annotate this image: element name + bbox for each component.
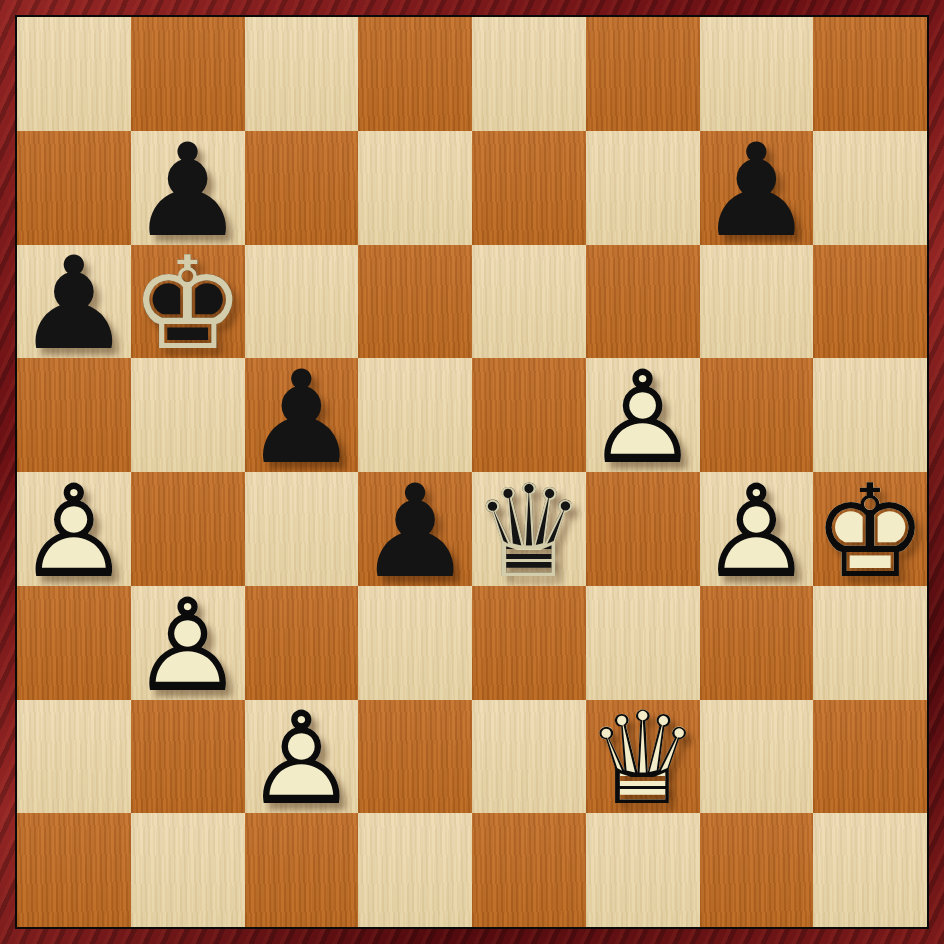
black-pawn[interactable]: ♟ bbox=[245, 358, 359, 472]
square-a8[interactable] bbox=[17, 17, 131, 131]
piece-glyph-outline: ♕ bbox=[472, 475, 586, 586]
square-e4[interactable]: ♛♕ bbox=[472, 472, 586, 586]
square-e2[interactable] bbox=[472, 700, 586, 814]
square-f5[interactable]: ♟♙ bbox=[586, 358, 700, 472]
square-f2[interactable]: ♛♕ bbox=[586, 700, 700, 814]
square-f4[interactable] bbox=[586, 472, 700, 586]
square-e5[interactable] bbox=[472, 358, 586, 472]
piece-glyph-outline: ♔ bbox=[131, 248, 245, 359]
black-pawn[interactable]: ♟ bbox=[358, 472, 472, 586]
square-e1[interactable] bbox=[472, 813, 586, 927]
piece-glyph-fill: ♟ bbox=[17, 248, 131, 359]
square-f8[interactable] bbox=[586, 17, 700, 131]
square-h2[interactable] bbox=[813, 700, 927, 814]
piece-glyph-outline: ♔ bbox=[813, 475, 927, 586]
white-king[interactable]: ♚♔ bbox=[813, 472, 927, 586]
square-b6[interactable]: ♚♔ bbox=[131, 245, 245, 359]
square-c8[interactable] bbox=[245, 17, 359, 131]
square-a7[interactable] bbox=[17, 131, 131, 245]
square-d2[interactable] bbox=[358, 700, 472, 814]
piece-glyph-outline: ♙ bbox=[586, 361, 700, 472]
square-b4[interactable] bbox=[131, 472, 245, 586]
black-pawn[interactable]: ♟ bbox=[131, 131, 245, 245]
square-a6[interactable]: ♟ bbox=[17, 245, 131, 359]
square-a4[interactable]: ♟♙ bbox=[17, 472, 131, 586]
square-d6[interactable] bbox=[358, 245, 472, 359]
piece-glyph-outline: ♙ bbox=[700, 475, 814, 586]
square-h4[interactable]: ♚♔ bbox=[813, 472, 927, 586]
white-pawn[interactable]: ♟♙ bbox=[131, 586, 245, 700]
square-g3[interactable] bbox=[700, 586, 814, 700]
square-a2[interactable] bbox=[17, 700, 131, 814]
square-f7[interactable] bbox=[586, 131, 700, 245]
square-f3[interactable] bbox=[586, 586, 700, 700]
white-queen[interactable]: ♛♕ bbox=[586, 700, 700, 814]
piece-glyph-fill: ♟ bbox=[358, 475, 472, 586]
square-b7[interactable]: ♟ bbox=[131, 131, 245, 245]
square-h6[interactable] bbox=[813, 245, 927, 359]
piece-glyph-outline: ♕ bbox=[586, 703, 700, 814]
square-f6[interactable] bbox=[586, 245, 700, 359]
square-c6[interactable] bbox=[245, 245, 359, 359]
square-h5[interactable] bbox=[813, 358, 927, 472]
piece-glyph-outline: ♙ bbox=[17, 475, 131, 586]
square-b3[interactable]: ♟♙ bbox=[131, 586, 245, 700]
square-d3[interactable] bbox=[358, 586, 472, 700]
square-d1[interactable] bbox=[358, 813, 472, 927]
square-g5[interactable] bbox=[700, 358, 814, 472]
square-e6[interactable] bbox=[472, 245, 586, 359]
square-c2[interactable]: ♟♙ bbox=[245, 700, 359, 814]
white-pawn[interactable]: ♟♙ bbox=[245, 700, 359, 814]
piece-glyph-outline: ♙ bbox=[245, 703, 359, 814]
square-d4[interactable]: ♟ bbox=[358, 472, 472, 586]
square-a1[interactable] bbox=[17, 813, 131, 927]
piece-glyph-fill: ♟ bbox=[245, 361, 359, 472]
square-c1[interactable] bbox=[245, 813, 359, 927]
chess-board: ♟♟♟♚♔♟♟♙♟♙♟♛♕♟♙♚♔♟♙♟♙♛♕ bbox=[15, 15, 929, 929]
square-a3[interactable] bbox=[17, 586, 131, 700]
piece-glyph-fill: ♟ bbox=[700, 134, 814, 245]
black-queen[interactable]: ♛♕ bbox=[472, 472, 586, 586]
square-e3[interactable] bbox=[472, 586, 586, 700]
square-h1[interactable] bbox=[813, 813, 927, 927]
white-pawn[interactable]: ♟♙ bbox=[700, 472, 814, 586]
black-pawn[interactable]: ♟ bbox=[700, 131, 814, 245]
black-king[interactable]: ♚♔ bbox=[131, 245, 245, 359]
square-c4[interactable] bbox=[245, 472, 359, 586]
square-g2[interactable] bbox=[700, 700, 814, 814]
black-pawn[interactable]: ♟ bbox=[17, 245, 131, 359]
square-g4[interactable]: ♟♙ bbox=[700, 472, 814, 586]
square-g1[interactable] bbox=[700, 813, 814, 927]
square-f1[interactable] bbox=[586, 813, 700, 927]
white-pawn[interactable]: ♟♙ bbox=[586, 358, 700, 472]
square-d8[interactable] bbox=[358, 17, 472, 131]
square-b2[interactable] bbox=[131, 700, 245, 814]
square-b8[interactable] bbox=[131, 17, 245, 131]
square-a5[interactable] bbox=[17, 358, 131, 472]
piece-glyph-outline: ♙ bbox=[131, 589, 245, 700]
piece-glyph-fill: ♟ bbox=[131, 134, 245, 245]
square-h7[interactable] bbox=[813, 131, 927, 245]
white-pawn[interactable]: ♟♙ bbox=[17, 472, 131, 586]
square-h8[interactable] bbox=[813, 17, 927, 131]
square-c7[interactable] bbox=[245, 131, 359, 245]
square-c5[interactable]: ♟ bbox=[245, 358, 359, 472]
square-g6[interactable] bbox=[700, 245, 814, 359]
board-frame: ♟♟♟♚♔♟♟♙♟♙♟♛♕♟♙♚♔♟♙♟♙♛♕ bbox=[0, 0, 944, 944]
square-c3[interactable] bbox=[245, 586, 359, 700]
square-h3[interactable] bbox=[813, 586, 927, 700]
square-e8[interactable] bbox=[472, 17, 586, 131]
square-e7[interactable] bbox=[472, 131, 586, 245]
square-g8[interactable] bbox=[700, 17, 814, 131]
square-g7[interactable]: ♟ bbox=[700, 131, 814, 245]
square-b1[interactable] bbox=[131, 813, 245, 927]
square-d5[interactable] bbox=[358, 358, 472, 472]
square-d7[interactable] bbox=[358, 131, 472, 245]
square-b5[interactable] bbox=[131, 358, 245, 472]
